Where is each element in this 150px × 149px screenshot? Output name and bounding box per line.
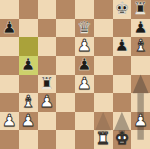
- square-d6[interactable]: [56, 37, 75, 56]
- square-b4[interactable]: [19, 75, 38, 94]
- square-c5[interactable]: [38, 56, 57, 75]
- square-c8[interactable]: [38, 0, 57, 19]
- square-e1[interactable]: [75, 130, 94, 149]
- square-d2[interactable]: [56, 112, 75, 131]
- square-f3[interactable]: [94, 93, 113, 112]
- square-a4[interactable]: [0, 75, 19, 94]
- piece-black-pawn[interactable]: ♟: [21, 57, 36, 74]
- square-e8[interactable]: [75, 0, 94, 19]
- square-g2[interactable]: [113, 112, 132, 131]
- square-b5[interactable]: ♟: [19, 56, 38, 75]
- piece-black-pawn[interactable]: ♟: [133, 20, 148, 37]
- piece-black-rook[interactable]: ♜: [133, 1, 148, 18]
- square-b3[interactable]: ♝: [19, 93, 38, 112]
- piece-black-pawn[interactable]: ♟: [114, 38, 129, 55]
- square-b8[interactable]: [19, 0, 38, 19]
- square-h1[interactable]: [131, 130, 150, 149]
- piece-white-king[interactable]: ♚: [114, 131, 129, 148]
- piece-white-pawn[interactable]: ♟: [39, 94, 54, 111]
- piece-black-rook[interactable]: ♜: [39, 76, 54, 93]
- square-d1[interactable]: [56, 130, 75, 149]
- piece-black-queen[interactable]: ♛: [77, 20, 92, 37]
- square-h3[interactable]: [131, 93, 150, 112]
- square-a7[interactable]: ♟: [0, 19, 19, 38]
- square-b6[interactable]: [19, 37, 38, 56]
- square-e3[interactable]: [75, 93, 94, 112]
- square-a1[interactable]: [0, 130, 19, 149]
- piece-white-bishop[interactable]: ♝: [21, 94, 36, 111]
- square-f4[interactable]: [94, 75, 113, 94]
- square-g4[interactable]: [113, 75, 132, 94]
- square-d5[interactable]: [56, 56, 75, 75]
- square-h2[interactable]: ♟: [131, 112, 150, 131]
- square-e2[interactable]: [75, 112, 94, 131]
- square-g3[interactable]: [113, 93, 132, 112]
- square-c1[interactable]: [38, 130, 57, 149]
- piece-white-pawn[interactable]: ♟: [21, 113, 36, 130]
- square-c4[interactable]: ♜: [38, 75, 57, 94]
- piece-white-pawn[interactable]: ♟: [77, 76, 92, 93]
- piece-white-bishop[interactable]: ♝: [133, 38, 148, 55]
- square-e5[interactable]: ♟: [75, 56, 94, 75]
- square-b7[interactable]: [19, 19, 38, 38]
- square-h8[interactable]: ♜: [131, 0, 150, 19]
- square-e7[interactable]: ♛: [75, 19, 94, 38]
- square-a5[interactable]: [0, 56, 19, 75]
- square-a2[interactable]: ♟: [0, 112, 19, 131]
- square-c6[interactable]: [38, 37, 57, 56]
- square-b1[interactable]: [19, 130, 38, 149]
- piece-black-pawn[interactable]: ♟: [2, 20, 17, 37]
- square-c2[interactable]: [38, 112, 57, 131]
- square-d3[interactable]: [56, 93, 75, 112]
- piece-white-pawn[interactable]: ♟: [133, 113, 148, 130]
- piece-white-pawn[interactable]: ♟: [77, 38, 92, 55]
- square-g8[interactable]: ♚: [113, 0, 132, 19]
- square-e6[interactable]: ♟: [75, 37, 94, 56]
- piece-black-king[interactable]: ♚: [114, 1, 129, 18]
- square-d7[interactable]: [56, 19, 75, 38]
- square-g7[interactable]: [113, 19, 132, 38]
- square-g5[interactable]: [113, 56, 132, 75]
- square-f2[interactable]: [94, 112, 113, 131]
- square-f8[interactable]: [94, 0, 113, 19]
- square-b2[interactable]: ♟: [19, 112, 38, 131]
- square-h4[interactable]: [131, 75, 150, 94]
- square-g6[interactable]: ♟: [113, 37, 132, 56]
- square-e4[interactable]: ♟: [75, 75, 94, 94]
- square-f7[interactable]: [94, 19, 113, 38]
- square-a3[interactable]: [0, 93, 19, 112]
- square-d8[interactable]: [56, 0, 75, 19]
- square-g1[interactable]: ♚: [113, 130, 132, 149]
- square-a6[interactable]: [0, 37, 19, 56]
- square-d4[interactable]: [56, 75, 75, 94]
- square-f1[interactable]: ♜: [94, 130, 113, 149]
- piece-white-pawn[interactable]: ♟: [2, 113, 17, 130]
- square-h5[interactable]: [131, 56, 150, 75]
- square-c7[interactable]: [38, 19, 57, 38]
- square-a8[interactable]: [0, 0, 19, 19]
- piece-black-pawn[interactable]: ♟: [77, 57, 92, 74]
- piece-white-rook[interactable]: ♜: [96, 131, 111, 148]
- square-f5[interactable]: [94, 56, 113, 75]
- chess-board: ♚♜♟♛♟♟♟♝♟♟♜♟♝♟♟♟♟♜♚: [0, 0, 150, 149]
- square-f6[interactable]: [94, 37, 113, 56]
- square-h7[interactable]: ♟: [131, 19, 150, 38]
- square-h6[interactable]: ♝: [131, 37, 150, 56]
- square-c3[interactable]: ♟: [38, 93, 57, 112]
